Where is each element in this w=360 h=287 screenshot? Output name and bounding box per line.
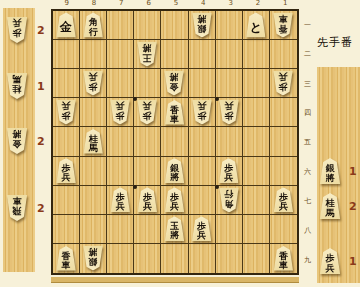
- piece-face: 桂馬: [6, 73, 28, 99]
- piece-face: 歩兵: [110, 187, 131, 212]
- piece-kanji: 歩兵: [116, 192, 125, 212]
- board-cell-2八[interactable]: [243, 215, 270, 244]
- board-cell-8八[interactable]: [80, 215, 107, 244]
- piece-face: 歩兵: [164, 187, 185, 212]
- piece-face: と: [245, 13, 266, 38]
- piece-face: 歩兵: [273, 187, 294, 212]
- board-cell-8九[interactable]: 銀將: [80, 244, 107, 273]
- piece-kanji: 金: [60, 21, 72, 38]
- board-cell-7七[interactable]: 歩兵: [107, 186, 134, 215]
- sente-piece-歩兵[interactable]: 歩兵: [191, 216, 212, 241]
- file-label-2: 2: [256, 0, 260, 7]
- board-cell-4六[interactable]: [189, 157, 216, 186]
- board-cell-9六[interactable]: 歩兵: [53, 157, 80, 186]
- board-cell-4一[interactable]: 銀將: [189, 11, 216, 40]
- gote-piece-角行[interactable]: 角行: [218, 187, 239, 212]
- board-cell-7八[interactable]: [107, 215, 134, 244]
- piece-face: 飛車: [6, 195, 28, 221]
- piece-face: 歩兵: [319, 248, 341, 274]
- shogi-board: 金角行銀將と香車王將歩兵金將歩兵歩兵歩兵歩兵香車歩兵歩兵桂馬歩兵銀將歩兵歩兵歩兵…: [51, 9, 299, 275]
- sente-piece-歩兵[interactable]: 歩兵: [218, 158, 239, 183]
- star-point: [215, 185, 219, 189]
- piece-face: 角行: [218, 187, 239, 212]
- piece-kanji: 歩兵: [143, 100, 152, 120]
- board-cell-9四[interactable]: 歩兵: [53, 98, 80, 127]
- rank-label-9: 九: [304, 257, 311, 264]
- board-cell-6二[interactable]: 王將: [134, 40, 161, 69]
- piece-kanji: 歩兵: [197, 100, 206, 120]
- star-point: [133, 185, 137, 189]
- sente-piece-桂馬[interactable]: 桂馬: [83, 129, 104, 154]
- piece-face: 香車: [273, 246, 294, 271]
- sente-piece-歩兵[interactable]: 歩兵: [273, 187, 294, 212]
- rank-label-1: 一: [304, 22, 311, 29]
- piece-kanji: 桂馬: [326, 199, 335, 219]
- piece-kanji: 王將: [143, 42, 152, 62]
- gote-piece-王將[interactable]: 王將: [137, 42, 158, 67]
- gote-piece-歩兵[interactable]: 歩兵: [191, 100, 212, 125]
- board-cell-3九[interactable]: [216, 244, 243, 273]
- board-cell-4五[interactable]: [189, 127, 216, 156]
- file-label-7: 7: [119, 0, 123, 7]
- board-cell-2六[interactable]: [243, 157, 270, 186]
- board-cell-4四[interactable]: 歩兵: [189, 98, 216, 127]
- file-label-5: 5: [174, 0, 178, 7]
- piece-kanji: 歩兵: [170, 192, 179, 212]
- piece-face: 香車: [273, 13, 294, 38]
- piece-kanji: 飛車: [13, 195, 22, 215]
- piece-kanji: 玉將: [170, 221, 179, 241]
- piece-kanji: 金將: [170, 71, 179, 91]
- board-cell-5四[interactable]: 香車: [161, 98, 188, 127]
- board-edge: [51, 277, 299, 283]
- board-cell-5九[interactable]: [161, 244, 188, 273]
- board-cell-6五[interactable]: [134, 127, 161, 156]
- board-cell-2二[interactable]: [243, 40, 270, 69]
- gote-piece-飛車[interactable]: 飛車: [6, 195, 28, 221]
- sente-piece-銀將[interactable]: 銀將: [164, 158, 185, 183]
- sente-piece-と[interactable]: と: [245, 13, 266, 38]
- gote-hand-count-歩兵: 2: [37, 25, 45, 36]
- board-cell-4七[interactable]: [189, 186, 216, 215]
- rank-label-6: 六: [304, 169, 311, 176]
- piece-face: 歩兵: [137, 100, 158, 125]
- board-cell-6三[interactable]: [134, 69, 161, 98]
- sente-piece-玉將[interactable]: 玉將: [164, 216, 185, 241]
- board-cell-9一[interactable]: 金: [53, 11, 80, 40]
- sente-piece-歩兵[interactable]: 歩兵: [164, 187, 185, 212]
- sente-piece-香車[interactable]: 香車: [56, 246, 77, 271]
- piece-kanji: 歩兵: [116, 100, 125, 120]
- piece-kanji: 歩兵: [224, 100, 233, 120]
- sente-piece-桂馬[interactable]: 桂馬: [319, 193, 341, 219]
- board-cell-2四[interactable]: [243, 98, 270, 127]
- board-cell-1一[interactable]: 香車: [270, 11, 297, 40]
- piece-face: 歩兵: [273, 71, 294, 96]
- board-cell-1三[interactable]: 歩兵: [270, 69, 297, 98]
- board-cell-7四[interactable]: 歩兵: [107, 98, 134, 127]
- gote-piece-歩兵[interactable]: 歩兵: [56, 100, 77, 125]
- sente-piece-金[interactable]: 金: [56, 13, 77, 38]
- piece-kanji: 歩兵: [224, 163, 233, 183]
- sente-piece-銀將[interactable]: 銀將: [319, 158, 341, 184]
- board-cell-2三[interactable]: [243, 69, 270, 98]
- board-cell-5五[interactable]: [161, 127, 188, 156]
- piece-kanji: 香車: [279, 251, 288, 271]
- board-cell-9五[interactable]: [53, 127, 80, 156]
- piece-face: 歩兵: [6, 17, 28, 43]
- piece-face: 金將: [164, 71, 185, 96]
- gote-hand-count-飛車: 2: [37, 203, 45, 214]
- piece-kanji: 角行: [89, 18, 98, 38]
- piece-face: 銀將: [83, 246, 104, 271]
- board-cell-9八[interactable]: [53, 215, 80, 244]
- piece-kanji: 桂馬: [89, 134, 98, 154]
- sente-piece-歩兵[interactable]: 歩兵: [319, 248, 341, 274]
- piece-face: 玉將: [164, 216, 185, 241]
- piece-kanji: 歩兵: [89, 71, 98, 91]
- gote-piece-香車[interactable]: 香車: [273, 13, 294, 38]
- board-cell-4三[interactable]: [189, 69, 216, 98]
- rank-label-4: 四: [304, 110, 311, 117]
- file-label-3: 3: [228, 0, 232, 7]
- piece-face: 金將: [6, 128, 28, 154]
- gote-hand-count-桂馬: 1: [37, 81, 45, 92]
- piece-face: 角行: [83, 13, 104, 38]
- board-cell-8六[interactable]: [80, 157, 107, 186]
- piece-face: 歩兵: [191, 216, 212, 241]
- file-label-9: 9: [64, 0, 68, 7]
- piece-kanji: 歩兵: [62, 100, 71, 120]
- piece-kanji: 銀將: [197, 13, 206, 33]
- gote-piece-歩兵[interactable]: 歩兵: [273, 71, 294, 96]
- piece-face: 銀將: [319, 158, 341, 184]
- board-cell-9九[interactable]: 香車: [53, 244, 80, 273]
- file-label-8: 8: [92, 0, 96, 7]
- turn-indicator-label: 先手番: [317, 35, 353, 50]
- board-cell-1二[interactable]: [270, 40, 297, 69]
- rank-label-8: 八: [304, 227, 311, 234]
- board-cell-3八[interactable]: [216, 215, 243, 244]
- board-cell-5一[interactable]: [161, 11, 188, 40]
- piece-kanji: と: [250, 21, 262, 38]
- piece-kanji: 香車: [170, 105, 179, 125]
- board-cell-5八[interactable]: 玉將: [161, 215, 188, 244]
- board-cell-8一[interactable]: 角行: [80, 11, 107, 40]
- piece-face: 歩兵: [218, 100, 239, 125]
- board-cell-5六[interactable]: 銀將: [161, 157, 188, 186]
- piece-face: 銀將: [164, 158, 185, 183]
- board-cell-7五[interactable]: [107, 127, 134, 156]
- board-cell-8二[interactable]: [80, 40, 107, 69]
- piece-kanji: 香車: [279, 13, 288, 33]
- board-cell-1七[interactable]: 歩兵: [270, 186, 297, 215]
- board-cell-6四[interactable]: 歩兵: [134, 98, 161, 127]
- piece-face: 歩兵: [83, 71, 104, 96]
- rank-label-3: 三: [304, 81, 311, 88]
- board-cell-5二[interactable]: [161, 40, 188, 69]
- gote-piece-歩兵[interactable]: 歩兵: [6, 17, 28, 43]
- sente-piece-角行[interactable]: 角行: [83, 13, 104, 38]
- board-cell-2一[interactable]: と: [243, 11, 270, 40]
- piece-kanji: 桂馬: [13, 73, 22, 93]
- gote-piece-銀將[interactable]: 銀將: [83, 246, 104, 271]
- board-cell-9七[interactable]: [53, 186, 80, 215]
- piece-kanji: 歩兵: [197, 221, 206, 241]
- gote-piece-歩兵[interactable]: 歩兵: [110, 100, 131, 125]
- rank-label-7: 七: [304, 198, 311, 205]
- board-cell-9三[interactable]: [53, 69, 80, 98]
- board-cell-7一[interactable]: [107, 11, 134, 40]
- file-label-1: 1: [283, 0, 287, 7]
- board-cell-4二[interactable]: [189, 40, 216, 69]
- piece-face: 桂馬: [319, 193, 341, 219]
- board-cell-2九[interactable]: [243, 244, 270, 273]
- board-cell-6九[interactable]: [134, 244, 161, 273]
- piece-kanji: 銀將: [89, 246, 98, 266]
- sente-piece-歩兵[interactable]: 歩兵: [137, 187, 158, 212]
- file-label-4: 4: [201, 0, 205, 7]
- piece-face: 桂馬: [83, 129, 104, 154]
- board-cell-8七[interactable]: [80, 186, 107, 215]
- gote-piece-歩兵[interactable]: 歩兵: [137, 100, 158, 125]
- gote-piece-歩兵[interactable]: 歩兵: [218, 100, 239, 125]
- board-cell-7六[interactable]: [107, 157, 134, 186]
- sente-hand-count-歩兵: 1: [349, 256, 357, 267]
- piece-face: 歩兵: [56, 100, 77, 125]
- piece-face: 香車: [56, 246, 77, 271]
- sente-piece-香車[interactable]: 香車: [164, 100, 185, 125]
- board-cell-4九[interactable]: [189, 244, 216, 273]
- board-cell-8三[interactable]: 歩兵: [80, 69, 107, 98]
- gote-piece-歩兵[interactable]: 歩兵: [83, 71, 104, 96]
- board-cell-1九[interactable]: 香車: [270, 244, 297, 273]
- sente-piece-歩兵[interactable]: 歩兵: [110, 187, 131, 212]
- board-cell-1六[interactable]: [270, 157, 297, 186]
- sente-hand-count-銀將: 1: [349, 166, 357, 177]
- board-cell-1八[interactable]: [270, 215, 297, 244]
- board-cell-2七[interactable]: [243, 186, 270, 215]
- piece-face: 王將: [137, 42, 158, 67]
- board-cell-5七[interactable]: 歩兵: [161, 186, 188, 215]
- board-cell-6六[interactable]: [134, 157, 161, 186]
- board-grid: 金角行銀將と香車王將歩兵金將歩兵歩兵歩兵歩兵香車歩兵歩兵桂馬歩兵銀將歩兵歩兵歩兵…: [53, 11, 297, 273]
- board-cell-7九[interactable]: [107, 244, 134, 273]
- piece-face: 銀將: [191, 13, 212, 38]
- board-cell-1四[interactable]: [270, 98, 297, 127]
- board-cell-6七[interactable]: 歩兵: [134, 186, 161, 215]
- piece-kanji: 歩兵: [326, 254, 335, 274]
- piece-kanji: 歩兵: [279, 71, 288, 91]
- piece-kanji: 歩兵: [13, 17, 22, 37]
- board-cell-3三[interactable]: [216, 69, 243, 98]
- board-cell-7三[interactable]: [107, 69, 134, 98]
- board-cell-8四[interactable]: [80, 98, 107, 127]
- piece-face: 金: [56, 13, 77, 38]
- board-cell-6一[interactable]: [134, 11, 161, 40]
- rank-label-5: 五: [304, 139, 311, 146]
- board-cell-1五[interactable]: [270, 127, 297, 156]
- board-cell-3七[interactable]: 角行: [216, 186, 243, 215]
- board-cell-9二[interactable]: [53, 40, 80, 69]
- piece-kanji: 歩兵: [279, 192, 288, 212]
- star-point: [215, 97, 219, 101]
- piece-face: 香車: [164, 100, 185, 125]
- piece-kanji: 銀將: [326, 164, 335, 184]
- piece-face: 歩兵: [218, 158, 239, 183]
- board-cell-4八[interactable]: 歩兵: [189, 215, 216, 244]
- piece-kanji: 角行: [224, 187, 233, 207]
- board-cell-5三[interactable]: 金將: [161, 69, 188, 98]
- gote-piece-桂馬[interactable]: 桂馬: [6, 73, 28, 99]
- board-cell-8五[interactable]: 桂馬: [80, 127, 107, 156]
- board-cell-3六[interactable]: 歩兵: [216, 157, 243, 186]
- gote-piece-金將[interactable]: 金將: [164, 71, 185, 96]
- piece-face: 歩兵: [56, 158, 77, 183]
- board-cell-6八[interactable]: [134, 215, 161, 244]
- gote-piece-銀將[interactable]: 銀將: [191, 13, 212, 38]
- rank-label-2: 二: [304, 51, 311, 58]
- board-cell-3四[interactable]: 歩兵: [216, 98, 243, 127]
- piece-face: 歩兵: [191, 100, 212, 125]
- board-cell-7二[interactable]: [107, 40, 134, 69]
- piece-kanji: 金將: [13, 128, 22, 148]
- board-cell-3一[interactable]: [216, 11, 243, 40]
- file-label-6: 6: [146, 0, 150, 7]
- star-point: [133, 97, 137, 101]
- board-cell-2五[interactable]: [243, 127, 270, 156]
- piece-kanji: 歩兵: [62, 163, 71, 183]
- gote-piece-金將[interactable]: 金將: [6, 128, 28, 154]
- sente-piece-香車[interactable]: 香車: [273, 246, 294, 271]
- board-cell-3五[interactable]: [216, 127, 243, 156]
- piece-face: 歩兵: [137, 187, 158, 212]
- sente-hand-count-桂馬: 2: [349, 201, 357, 212]
- piece-kanji: 香車: [62, 251, 71, 271]
- sente-piece-歩兵[interactable]: 歩兵: [56, 158, 77, 183]
- gote-hand-count-金將: 2: [37, 136, 45, 147]
- board-cell-3二[interactable]: [216, 40, 243, 69]
- piece-face: 歩兵: [110, 100, 131, 125]
- piece-kanji: 歩兵: [143, 192, 152, 212]
- piece-kanji: 銀將: [170, 163, 179, 183]
